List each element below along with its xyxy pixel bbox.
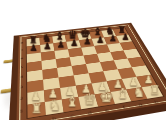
square-f5[interactable] [97,52,114,62]
file-label-d: d [80,109,98,116]
square-h4[interactable] [127,57,145,68]
square-d4[interactable] [72,64,89,75]
rank-label-5: 5 [21,63,24,73]
black-pawn-a7[interactable]: ♟ [20,43,48,52]
chess-board-box: ♜♞♝♛♚♝♞♜♟♟♟♟♟♟♟♟♟♟♟♟♟♟♟♟♜♞♝♛♚♝♞♜ abcdefg… [8,23,166,120]
file-label-h: h [147,98,165,105]
file-label-f: f [115,104,133,111]
chess-board: ♜♞♝♛♚♝♞♜♟♟♟♟♟♟♟♟♟♟♟♟♟♟♟♟♜♞♝♛♚♝♞♜ [26,28,165,119]
file-label-g: g [131,101,149,108]
white-rook-a1[interactable]: ♜ [18,102,55,115]
chess-scene: ♜♞♝♛♚♝♞♜♟♟♟♟♟♟♟♟♟♟♟♟♟♟♟♟♜♞♝♛♚♝♞♜ abcdefg… [0,0,166,120]
file-label-c: c [63,112,82,119]
square-a5[interactable] [27,61,42,72]
square-a1[interactable]: ♜ [28,102,46,118]
board-frame: ♜♞♝♛♚♝♞♜♟♟♟♟♟♟♟♟♟♟♟♟♟♟♟♟♜♞♝♛♚♝♞♜ abcdefg… [8,23,166,120]
rank-label-6: 6 [21,54,24,63]
file-label-e: e [98,106,116,113]
rank-label-4: 4 [20,72,23,82]
square-b5[interactable] [41,59,57,70]
square-a7[interactable]: ♟ [27,45,41,54]
